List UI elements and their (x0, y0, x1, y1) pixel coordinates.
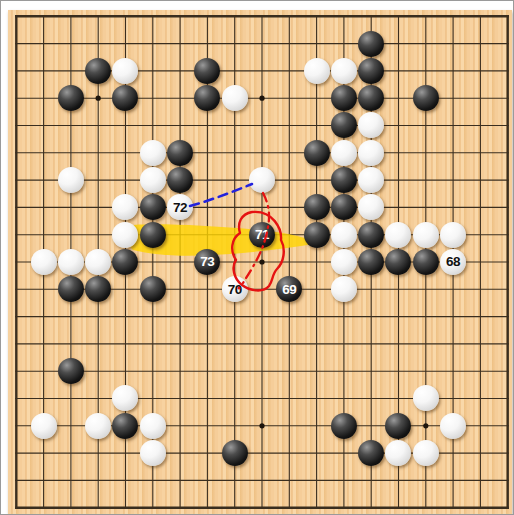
intersection-3-0[interactable] (85, 3, 112, 30)
intersection-2-0[interactable] (57, 3, 84, 30)
intersection-0-7[interactable] (3, 194, 30, 221)
intersection-0-13[interactable] (3, 358, 30, 385)
intersection-8-10[interactable]: 70 (221, 276, 248, 303)
intersection-12-0[interactable] (330, 3, 357, 30)
intersection-4-2[interactable] (112, 57, 139, 84)
intersection-6-3[interactable] (166, 85, 193, 112)
intersection-2-4[interactable] (57, 112, 84, 139)
intersection-14-11[interactable] (385, 303, 412, 330)
intersection-2-14[interactable] (57, 385, 84, 412)
intersection-2-18[interactable] (57, 494, 84, 515)
intersection-15-0[interactable] (412, 3, 439, 30)
intersection-11-17[interactable] (303, 467, 330, 494)
intersection-11-5[interactable] (303, 139, 330, 166)
intersection-5-13[interactable] (139, 358, 166, 385)
intersection-8-12[interactable] (221, 330, 248, 357)
intersection-7-5[interactable] (194, 139, 221, 166)
intersection-8-4[interactable] (221, 112, 248, 139)
intersection-15-3[interactable] (412, 85, 439, 112)
intersection-17-18[interactable] (467, 494, 494, 515)
intersection-9-12[interactable] (248, 330, 275, 357)
intersection-6-10[interactable] (166, 276, 193, 303)
intersection-12-4[interactable] (330, 112, 357, 139)
intersection-11-18[interactable] (303, 494, 330, 515)
intersection-6-5[interactable] (166, 139, 193, 166)
intersection-15-4[interactable] (412, 112, 439, 139)
intersection-10-1[interactable] (276, 30, 303, 57)
intersection-7-1[interactable] (194, 30, 221, 57)
intersection-13-16[interactable] (358, 439, 385, 466)
intersection-6-9[interactable] (166, 248, 193, 275)
intersection-11-3[interactable] (303, 85, 330, 112)
intersection-4-7[interactable] (112, 194, 139, 221)
intersection-5-14[interactable] (139, 385, 166, 412)
intersection-17-9[interactable] (467, 248, 494, 275)
intersection-6-6[interactable] (166, 166, 193, 193)
intersection-17-17[interactable] (467, 467, 494, 494)
intersection-10-12[interactable] (276, 330, 303, 357)
intersection-18-9[interactable] (494, 248, 514, 275)
intersection-7-18[interactable] (194, 494, 221, 515)
intersection-14-17[interactable] (385, 467, 412, 494)
intersection-0-5[interactable] (3, 139, 30, 166)
intersection-18-2[interactable] (494, 57, 514, 84)
intersection-6-17[interactable] (166, 467, 193, 494)
intersection-4-4[interactable] (112, 112, 139, 139)
intersection-13-2[interactable] (358, 57, 385, 84)
intersection-7-9[interactable]: 73 (194, 248, 221, 275)
intersection-3-6[interactable] (85, 166, 112, 193)
intersection-17-2[interactable] (467, 57, 494, 84)
intersection-11-4[interactable] (303, 112, 330, 139)
intersection-12-10[interactable] (330, 276, 357, 303)
intersection-12-9[interactable] (330, 248, 357, 275)
intersection-11-13[interactable] (303, 358, 330, 385)
intersection-16-7[interactable] (439, 194, 466, 221)
intersection-13-12[interactable] (358, 330, 385, 357)
intersection-0-16[interactable] (3, 439, 30, 466)
intersection-9-1[interactable] (248, 30, 275, 57)
intersection-14-5[interactable] (385, 139, 412, 166)
intersection-9-18[interactable] (248, 494, 275, 515)
intersection-16-1[interactable] (439, 30, 466, 57)
intersection-8-14[interactable] (221, 385, 248, 412)
intersection-6-12[interactable] (166, 330, 193, 357)
intersection-17-12[interactable] (467, 330, 494, 357)
intersection-3-9[interactable] (85, 248, 112, 275)
intersection-5-4[interactable] (139, 112, 166, 139)
intersection-3-15[interactable] (85, 412, 112, 439)
intersection-7-15[interactable] (194, 412, 221, 439)
intersection-10-3[interactable] (276, 85, 303, 112)
intersection-1-16[interactable] (30, 439, 57, 466)
intersection-3-7[interactable] (85, 194, 112, 221)
intersection-10-7[interactable] (276, 194, 303, 221)
intersection-12-15[interactable] (330, 412, 357, 439)
intersection-14-13[interactable] (385, 358, 412, 385)
intersection-11-1[interactable] (303, 30, 330, 57)
intersection-18-14[interactable] (494, 385, 514, 412)
intersection-9-6[interactable] (248, 166, 275, 193)
intersection-3-3[interactable] (85, 85, 112, 112)
intersection-14-3[interactable] (385, 85, 412, 112)
intersection-11-12[interactable] (303, 330, 330, 357)
intersection-0-10[interactable] (3, 276, 30, 303)
intersection-16-12[interactable] (439, 330, 466, 357)
intersection-6-0[interactable] (166, 3, 193, 30)
intersection-11-0[interactable] (303, 3, 330, 30)
intersection-16-18[interactable] (439, 494, 466, 515)
intersection-12-2[interactable] (330, 57, 357, 84)
intersection-18-3[interactable] (494, 85, 514, 112)
intersection-16-3[interactable] (439, 85, 466, 112)
intersection-4-15[interactable] (112, 412, 139, 439)
intersection-4-6[interactable] (112, 166, 139, 193)
intersection-5-2[interactable] (139, 57, 166, 84)
intersection-2-8[interactable] (57, 221, 84, 248)
intersection-4-0[interactable] (112, 3, 139, 30)
intersection-7-11[interactable] (194, 303, 221, 330)
intersection-6-8[interactable] (166, 221, 193, 248)
intersection-17-8[interactable] (467, 221, 494, 248)
intersection-11-8[interactable] (303, 221, 330, 248)
intersection-0-17[interactable] (3, 467, 30, 494)
intersection-1-17[interactable] (30, 467, 57, 494)
intersection-5-1[interactable] (139, 30, 166, 57)
intersection-17-15[interactable] (467, 412, 494, 439)
intersection-4-9[interactable] (112, 248, 139, 275)
intersection-3-18[interactable] (85, 494, 112, 515)
intersection-15-12[interactable] (412, 330, 439, 357)
intersection-5-15[interactable] (139, 412, 166, 439)
intersection-7-13[interactable] (194, 358, 221, 385)
intersection-2-9[interactable] (57, 248, 84, 275)
intersection-3-5[interactable] (85, 139, 112, 166)
intersection-18-12[interactable] (494, 330, 514, 357)
intersection-9-14[interactable] (248, 385, 275, 412)
intersection-5-0[interactable] (139, 3, 166, 30)
intersection-16-10[interactable] (439, 276, 466, 303)
intersection-3-14[interactable] (85, 385, 112, 412)
intersection-9-4[interactable] (248, 112, 275, 139)
intersection-10-6[interactable] (276, 166, 303, 193)
intersection-9-10[interactable] (248, 276, 275, 303)
intersection-9-5[interactable] (248, 139, 275, 166)
intersection-4-12[interactable] (112, 330, 139, 357)
intersection-17-7[interactable] (467, 194, 494, 221)
intersection-8-8[interactable] (221, 221, 248, 248)
intersection-3-2[interactable] (85, 57, 112, 84)
intersection-1-0[interactable] (30, 3, 57, 30)
intersection-10-4[interactable] (276, 112, 303, 139)
intersection-12-16[interactable] (330, 439, 357, 466)
intersection-4-13[interactable] (112, 358, 139, 385)
intersection-8-16[interactable] (221, 439, 248, 466)
intersection-17-0[interactable] (467, 3, 494, 30)
intersection-10-14[interactable] (276, 385, 303, 412)
intersection-13-6[interactable] (358, 166, 385, 193)
intersection-4-10[interactable] (112, 276, 139, 303)
intersection-8-17[interactable] (221, 467, 248, 494)
intersection-3-13[interactable] (85, 358, 112, 385)
intersection-4-18[interactable] (112, 494, 139, 515)
intersection-8-18[interactable] (221, 494, 248, 515)
intersection-14-4[interactable] (385, 112, 412, 139)
intersection-1-13[interactable] (30, 358, 57, 385)
intersection-15-16[interactable] (412, 439, 439, 466)
intersection-15-8[interactable] (412, 221, 439, 248)
intersection-15-2[interactable] (412, 57, 439, 84)
intersection-13-17[interactable] (358, 467, 385, 494)
intersection-2-15[interactable] (57, 412, 84, 439)
intersection-0-1[interactable] (3, 30, 30, 57)
intersection-1-14[interactable] (30, 385, 57, 412)
intersection-13-10[interactable] (358, 276, 385, 303)
intersection-8-9[interactable] (221, 248, 248, 275)
intersection-9-9[interactable] (248, 248, 275, 275)
intersection-4-1[interactable] (112, 30, 139, 57)
intersection-14-18[interactable] (385, 494, 412, 515)
intersection-13-0[interactable] (358, 3, 385, 30)
intersection-3-4[interactable] (85, 112, 112, 139)
intersection-12-11[interactable] (330, 303, 357, 330)
intersection-10-0[interactable] (276, 3, 303, 30)
intersection-11-16[interactable] (303, 439, 330, 466)
intersection-5-3[interactable] (139, 85, 166, 112)
intersection-11-15[interactable] (303, 412, 330, 439)
intersection-9-2[interactable] (248, 57, 275, 84)
intersection-18-18[interactable] (494, 494, 514, 515)
intersection-6-13[interactable] (166, 358, 193, 385)
intersection-17-3[interactable] (467, 85, 494, 112)
intersection-13-18[interactable] (358, 494, 385, 515)
intersection-0-3[interactable] (3, 85, 30, 112)
intersection-3-1[interactable] (85, 30, 112, 57)
intersection-15-11[interactable] (412, 303, 439, 330)
intersection-2-5[interactable] (57, 139, 84, 166)
intersection-13-1[interactable] (358, 30, 385, 57)
intersection-13-14[interactable] (358, 385, 385, 412)
intersection-10-10[interactable]: 69 (276, 276, 303, 303)
intersection-7-12[interactable] (194, 330, 221, 357)
intersection-1-12[interactable] (30, 330, 57, 357)
intersection-13-9[interactable] (358, 248, 385, 275)
intersection-16-15[interactable] (439, 412, 466, 439)
intersection-14-16[interactable] (385, 439, 412, 466)
intersection-18-13[interactable] (494, 358, 514, 385)
intersection-11-2[interactable] (303, 57, 330, 84)
intersection-16-9[interactable]: 68 (439, 248, 466, 275)
intersection-14-6[interactable] (385, 166, 412, 193)
intersection-4-17[interactable] (112, 467, 139, 494)
intersection-17-14[interactable] (467, 385, 494, 412)
intersection-14-0[interactable] (385, 3, 412, 30)
intersection-18-15[interactable] (494, 412, 514, 439)
intersection-5-9[interactable] (139, 248, 166, 275)
intersection-7-0[interactable] (194, 3, 221, 30)
intersection-1-4[interactable] (30, 112, 57, 139)
intersection-1-11[interactable] (30, 303, 57, 330)
intersection-17-1[interactable] (467, 30, 494, 57)
intersection-4-14[interactable] (112, 385, 139, 412)
intersection-17-6[interactable] (467, 166, 494, 193)
intersection-9-0[interactable] (248, 3, 275, 30)
intersection-2-16[interactable] (57, 439, 84, 466)
intersection-1-2[interactable] (30, 57, 57, 84)
intersection-4-5[interactable] (112, 139, 139, 166)
intersection-0-4[interactable] (3, 112, 30, 139)
intersection-10-15[interactable] (276, 412, 303, 439)
intersection-3-16[interactable] (85, 439, 112, 466)
intersection-18-0[interactable] (494, 3, 514, 30)
intersection-0-0[interactable] (3, 3, 30, 30)
intersection-17-4[interactable] (467, 112, 494, 139)
intersection-13-13[interactable] (358, 358, 385, 385)
intersection-12-7[interactable] (330, 194, 357, 221)
intersection-1-1[interactable] (30, 30, 57, 57)
intersection-9-16[interactable] (248, 439, 275, 466)
intersection-17-16[interactable] (467, 439, 494, 466)
intersection-4-8[interactable] (112, 221, 139, 248)
intersection-12-3[interactable] (330, 85, 357, 112)
intersection-5-5[interactable] (139, 139, 166, 166)
intersection-13-3[interactable] (358, 85, 385, 112)
intersection-2-6[interactable] (57, 166, 84, 193)
intersection-2-1[interactable] (57, 30, 84, 57)
intersection-10-17[interactable] (276, 467, 303, 494)
intersection-8-7[interactable] (221, 194, 248, 221)
intersection-8-2[interactable] (221, 57, 248, 84)
intersection-9-11[interactable] (248, 303, 275, 330)
intersection-9-13[interactable] (248, 358, 275, 385)
intersection-0-15[interactable] (3, 412, 30, 439)
intersection-5-6[interactable] (139, 166, 166, 193)
intersection-2-12[interactable] (57, 330, 84, 357)
intersection-6-16[interactable] (166, 439, 193, 466)
intersection-11-10[interactable] (303, 276, 330, 303)
intersection-16-0[interactable] (439, 3, 466, 30)
intersection-6-11[interactable] (166, 303, 193, 330)
intersection-8-13[interactable] (221, 358, 248, 385)
intersection-10-18[interactable] (276, 494, 303, 515)
intersection-12-18[interactable] (330, 494, 357, 515)
intersection-0-11[interactable] (3, 303, 30, 330)
intersection-3-10[interactable] (85, 276, 112, 303)
intersection-13-8[interactable] (358, 221, 385, 248)
intersection-14-9[interactable] (385, 248, 412, 275)
intersection-14-7[interactable] (385, 194, 412, 221)
intersection-8-11[interactable] (221, 303, 248, 330)
intersection-14-15[interactable] (385, 412, 412, 439)
intersection-10-9[interactable] (276, 248, 303, 275)
intersection-1-6[interactable] (30, 166, 57, 193)
intersection-1-3[interactable] (30, 85, 57, 112)
intersection-3-11[interactable] (85, 303, 112, 330)
intersection-3-8[interactable] (85, 221, 112, 248)
intersection-15-10[interactable] (412, 276, 439, 303)
intersection-7-7[interactable] (194, 194, 221, 221)
intersection-18-11[interactable] (494, 303, 514, 330)
intersection-18-17[interactable] (494, 467, 514, 494)
intersection-1-18[interactable] (30, 494, 57, 515)
intersection-3-17[interactable] (85, 467, 112, 494)
intersection-2-3[interactable] (57, 85, 84, 112)
intersection-6-1[interactable] (166, 30, 193, 57)
intersection-4-3[interactable] (112, 85, 139, 112)
intersection-16-2[interactable] (439, 57, 466, 84)
intersection-1-10[interactable] (30, 276, 57, 303)
intersection-7-8[interactable] (194, 221, 221, 248)
intersection-11-14[interactable] (303, 385, 330, 412)
intersection-0-8[interactable] (3, 221, 30, 248)
intersection-11-9[interactable] (303, 248, 330, 275)
intersection-7-17[interactable] (194, 467, 221, 494)
intersection-5-16[interactable] (139, 439, 166, 466)
intersection-2-10[interactable] (57, 276, 84, 303)
intersection-1-8[interactable] (30, 221, 57, 248)
intersection-0-14[interactable] (3, 385, 30, 412)
intersection-1-7[interactable] (30, 194, 57, 221)
intersection-11-6[interactable] (303, 166, 330, 193)
intersection-9-7[interactable] (248, 194, 275, 221)
intersection-10-13[interactable] (276, 358, 303, 385)
intersection-16-8[interactable] (439, 221, 466, 248)
intersection-12-6[interactable] (330, 166, 357, 193)
intersection-2-13[interactable] (57, 358, 84, 385)
intersection-6-14[interactable] (166, 385, 193, 412)
intersection-10-2[interactable] (276, 57, 303, 84)
intersection-13-7[interactable] (358, 194, 385, 221)
intersection-10-11[interactable] (276, 303, 303, 330)
intersection-1-9[interactable] (30, 248, 57, 275)
intersection-4-11[interactable] (112, 303, 139, 330)
intersection-5-8[interactable] (139, 221, 166, 248)
intersection-7-6[interactable] (194, 166, 221, 193)
intersection-15-1[interactable] (412, 30, 439, 57)
intersection-18-1[interactable] (494, 30, 514, 57)
intersection-7-14[interactable] (194, 385, 221, 412)
intersection-13-4[interactable] (358, 112, 385, 139)
intersection-11-7[interactable] (303, 194, 330, 221)
intersection-2-17[interactable] (57, 467, 84, 494)
intersection-1-15[interactable] (30, 412, 57, 439)
intersection-0-18[interactable] (3, 494, 30, 515)
intersection-7-2[interactable] (194, 57, 221, 84)
intersection-14-12[interactable] (385, 330, 412, 357)
intersection-13-5[interactable] (358, 139, 385, 166)
intersection-0-12[interactable] (3, 330, 30, 357)
intersection-13-15[interactable] (358, 412, 385, 439)
intersection-17-10[interactable] (467, 276, 494, 303)
intersection-15-14[interactable] (412, 385, 439, 412)
intersection-12-1[interactable] (330, 30, 357, 57)
intersection-16-5[interactable] (439, 139, 466, 166)
intersection-12-8[interactable] (330, 221, 357, 248)
intersection-2-11[interactable] (57, 303, 84, 330)
intersection-5-10[interactable] (139, 276, 166, 303)
intersection-15-18[interactable] (412, 494, 439, 515)
intersection-7-10[interactable] (194, 276, 221, 303)
intersection-3-12[interactable] (85, 330, 112, 357)
intersection-14-8[interactable] (385, 221, 412, 248)
intersection-15-9[interactable] (412, 248, 439, 275)
intersection-15-17[interactable] (412, 467, 439, 494)
intersection-0-6[interactable] (3, 166, 30, 193)
intersection-5-7[interactable] (139, 194, 166, 221)
intersection-18-16[interactable] (494, 439, 514, 466)
intersection-17-11[interactable] (467, 303, 494, 330)
intersection-9-17[interactable] (248, 467, 275, 494)
